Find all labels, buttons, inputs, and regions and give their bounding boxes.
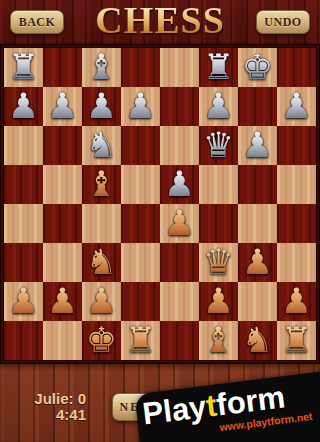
square-g5[interactable] bbox=[238, 165, 277, 204]
piece-black-pawn: ♟ bbox=[164, 165, 195, 204]
square-f2[interactable]: ♟ bbox=[199, 282, 238, 321]
square-d4[interactable] bbox=[121, 204, 160, 243]
square-d7[interactable]: ♟ bbox=[121, 87, 160, 126]
square-c1[interactable]: ♚ bbox=[82, 321, 121, 360]
piece-white-pawn: ♟ bbox=[86, 282, 117, 321]
square-f3[interactable]: ♛ bbox=[199, 243, 238, 282]
piece-white-knight: ♞ bbox=[242, 321, 273, 360]
square-f6[interactable]: ♛ bbox=[199, 126, 238, 165]
square-a2[interactable]: ♟ bbox=[4, 282, 43, 321]
square-d1[interactable]: ♜ bbox=[121, 321, 160, 360]
piece-white-bishop: ♝ bbox=[86, 165, 117, 204]
square-h5[interactable] bbox=[277, 165, 316, 204]
piece-black-pawn: ♟ bbox=[203, 87, 234, 126]
square-f7[interactable]: ♟ bbox=[199, 87, 238, 126]
square-d5[interactable] bbox=[121, 165, 160, 204]
piece-white-bishop: ♝ bbox=[203, 321, 234, 360]
board-grid: ♜♝♜♚♟♟♟♟♟♟♞♛♟♝♟♟♞♛♟♟♟♟♟♟♚♜♝♞♜ bbox=[4, 48, 316, 360]
piece-black-rook: ♜ bbox=[203, 48, 234, 87]
piece-black-king: ♚ bbox=[242, 48, 273, 87]
square-b2[interactable]: ♟ bbox=[43, 282, 82, 321]
piece-black-queen: ♛ bbox=[203, 126, 234, 165]
piece-black-pawn: ♟ bbox=[86, 87, 117, 126]
square-h7[interactable]: ♟ bbox=[277, 87, 316, 126]
square-g1[interactable]: ♞ bbox=[238, 321, 277, 360]
square-f4[interactable] bbox=[199, 204, 238, 243]
left-player-score: Julie: 0 4:41 bbox=[10, 391, 86, 423]
left-player-name-score: Julie: 0 bbox=[10, 391, 86, 407]
square-h3[interactable] bbox=[277, 243, 316, 282]
square-f5[interactable] bbox=[199, 165, 238, 204]
square-d3[interactable] bbox=[121, 243, 160, 282]
square-b3[interactable] bbox=[43, 243, 82, 282]
square-c8[interactable]: ♝ bbox=[82, 48, 121, 87]
chess-board: ♜♝♜♚♟♟♟♟♟♟♞♛♟♝♟♟♞♛♟♟♟♟♟♟♚♜♝♞♜ bbox=[0, 44, 320, 364]
piece-white-rook: ♜ bbox=[125, 321, 156, 360]
square-b7[interactable]: ♟ bbox=[43, 87, 82, 126]
square-a1[interactable] bbox=[4, 321, 43, 360]
square-g2[interactable] bbox=[238, 282, 277, 321]
square-d8[interactable] bbox=[121, 48, 160, 87]
square-e4[interactable]: ♟ bbox=[160, 204, 199, 243]
square-e1[interactable] bbox=[160, 321, 199, 360]
square-h2[interactable]: ♟ bbox=[277, 282, 316, 321]
piece-white-pawn: ♟ bbox=[8, 282, 39, 321]
piece-white-pawn: ♟ bbox=[242, 243, 273, 282]
footer-bar: Julie: 0 4:41 ♟ NEW GAME ♟ Jon: 0 Playtf… bbox=[0, 364, 320, 442]
square-b6[interactable] bbox=[43, 126, 82, 165]
square-g8[interactable]: ♚ bbox=[238, 48, 277, 87]
left-player-clock: 4:41 bbox=[10, 407, 86, 423]
piece-white-king: ♚ bbox=[86, 321, 117, 360]
square-d6[interactable] bbox=[121, 126, 160, 165]
square-h6[interactable] bbox=[277, 126, 316, 165]
square-e3[interactable] bbox=[160, 243, 199, 282]
square-f1[interactable]: ♝ bbox=[199, 321, 238, 360]
bronze-pawn-icon: ♟ bbox=[88, 388, 112, 419]
piece-black-rook: ♜ bbox=[8, 48, 39, 87]
square-e6[interactable] bbox=[160, 126, 199, 165]
square-c7[interactable]: ♟ bbox=[82, 87, 121, 126]
square-a6[interactable] bbox=[4, 126, 43, 165]
square-b8[interactable] bbox=[43, 48, 82, 87]
square-c6[interactable]: ♞ bbox=[82, 126, 121, 165]
square-a3[interactable] bbox=[4, 243, 43, 282]
square-h4[interactable] bbox=[277, 204, 316, 243]
square-e2[interactable] bbox=[160, 282, 199, 321]
piece-white-pawn: ♟ bbox=[164, 204, 195, 243]
square-g7[interactable] bbox=[238, 87, 277, 126]
header-bar: CHESS BACK UNDO bbox=[0, 0, 320, 44]
square-g4[interactable] bbox=[238, 204, 277, 243]
square-g6[interactable]: ♟ bbox=[238, 126, 277, 165]
square-e7[interactable] bbox=[160, 87, 199, 126]
back-button[interactable]: BACK bbox=[10, 10, 64, 34]
piece-white-queen: ♛ bbox=[203, 243, 234, 282]
piece-white-knight: ♞ bbox=[86, 243, 117, 282]
square-d2[interactable] bbox=[121, 282, 160, 321]
square-b1[interactable] bbox=[43, 321, 82, 360]
undo-button[interactable]: UNDO bbox=[256, 10, 310, 34]
square-c2[interactable]: ♟ bbox=[82, 282, 121, 321]
square-h8[interactable] bbox=[277, 48, 316, 87]
square-c3[interactable]: ♞ bbox=[82, 243, 121, 282]
square-c4[interactable] bbox=[82, 204, 121, 243]
square-b4[interactable] bbox=[43, 204, 82, 243]
square-g3[interactable]: ♟ bbox=[238, 243, 277, 282]
piece-black-bishop: ♝ bbox=[86, 48, 117, 87]
square-a5[interactable] bbox=[4, 165, 43, 204]
square-e8[interactable] bbox=[160, 48, 199, 87]
square-a4[interactable] bbox=[4, 204, 43, 243]
piece-black-pawn: ♟ bbox=[8, 87, 39, 126]
watermark-text-pre: Play bbox=[141, 389, 209, 432]
piece-white-pawn: ♟ bbox=[281, 282, 312, 321]
chess-app: CHESS BACK UNDO ♜♝♜♚♟♟♟♟♟♟♞♛♟♝♟♟♞♛♟♟♟♟♟♟… bbox=[0, 0, 320, 442]
square-b5[interactable] bbox=[43, 165, 82, 204]
piece-black-pawn: ♟ bbox=[47, 87, 78, 126]
square-a8[interactable]: ♜ bbox=[4, 48, 43, 87]
square-e5[interactable]: ♟ bbox=[160, 165, 199, 204]
piece-black-pawn: ♟ bbox=[281, 87, 312, 126]
square-c5[interactable]: ♝ bbox=[82, 165, 121, 204]
square-f8[interactable]: ♜ bbox=[199, 48, 238, 87]
piece-black-pawn: ♟ bbox=[125, 87, 156, 126]
piece-black-knight: ♞ bbox=[86, 126, 117, 165]
piece-white-pawn: ♟ bbox=[203, 282, 234, 321]
piece-white-rook: ♜ bbox=[281, 321, 312, 360]
piece-black-pawn: ♟ bbox=[242, 126, 273, 165]
square-a7[interactable]: ♟ bbox=[4, 87, 43, 126]
square-h1[interactable]: ♜ bbox=[277, 321, 316, 360]
playtform-watermark: Playtform www.playtform.net bbox=[134, 370, 320, 442]
piece-white-pawn: ♟ bbox=[47, 282, 78, 321]
